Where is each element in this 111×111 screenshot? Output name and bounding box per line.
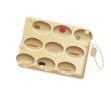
- red-line[interactable]: [68, 52, 79, 56]
- pit-r1c3[interactable]: [72, 28, 93, 43]
- pit-r1c2[interactable]: [51, 24, 72, 39]
- pit-r2c2[interactable]: [43, 40, 64, 55]
- product-photo: [0, 0, 111, 111]
- game-board: [17, 16, 91, 76]
- green-piece[interactable]: [75, 35, 80, 39]
- tan-line[interactable]: [48, 49, 59, 53]
- wooden-bead[interactable]: [90, 47, 97, 57]
- pit-r2c1[interactable]: [23, 36, 44, 51]
- pit-r3c3[interactable]: [56, 60, 77, 75]
- pit-r3c1[interactable]: [14, 52, 35, 67]
- red-piece[interactable]: [59, 27, 65, 33]
- brown-piece[interactable]: [34, 25, 41, 30]
- pit-r2c3[interactable]: [64, 44, 85, 59]
- pit-r3c2[interactable]: [35, 56, 56, 71]
- orange-line[interactable]: [26, 44, 38, 48]
- pit-r1c1[interactable]: [31, 20, 52, 35]
- elastic-cord[interactable]: [94, 45, 104, 69]
- cord-attachment: [92, 44, 93, 49]
